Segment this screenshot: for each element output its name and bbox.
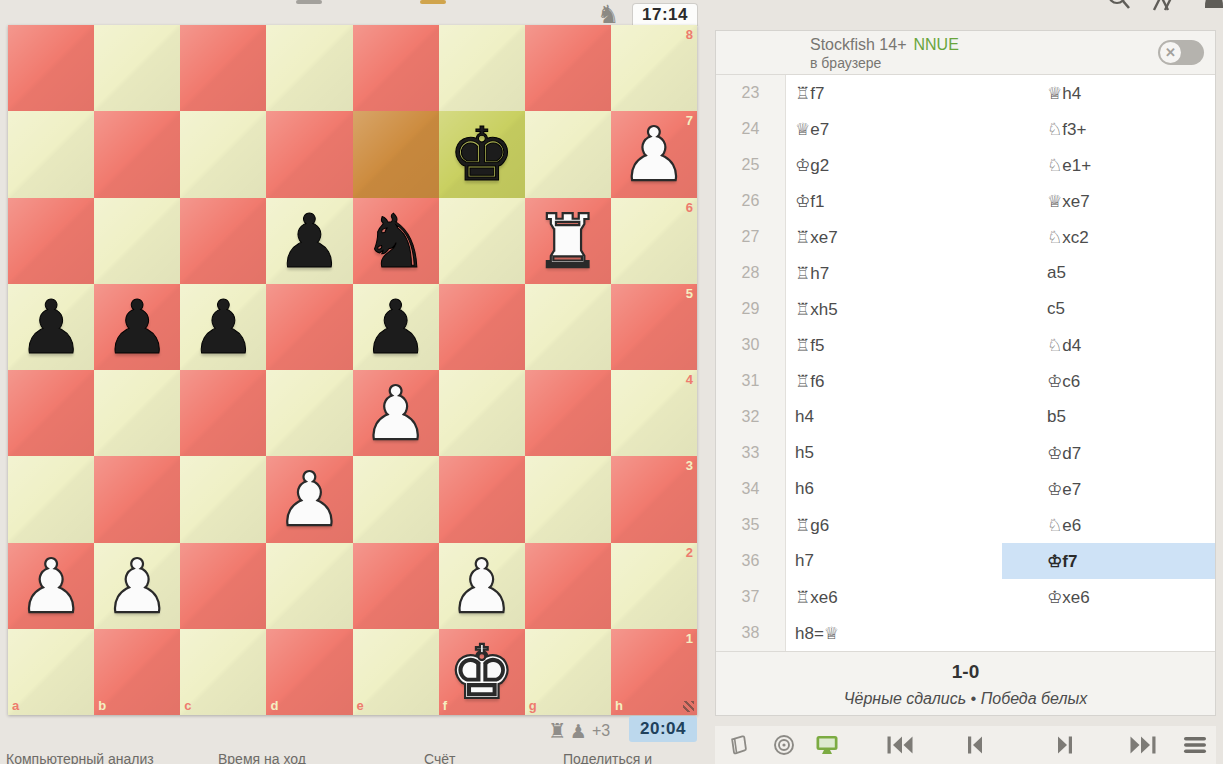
square-f7[interactable]: ♚ bbox=[439, 111, 525, 197]
captured-pawn-icon: ♟ bbox=[570, 722, 587, 741]
square-a4[interactable] bbox=[8, 370, 94, 456]
file-label-e: e bbox=[357, 699, 364, 712]
rank-label-2: 2 bbox=[686, 546, 693, 559]
square-b5[interactable]: ♟ bbox=[94, 284, 180, 370]
result-score: 1-0 bbox=[716, 661, 1215, 683]
square-g6[interactable]: ♜ bbox=[525, 198, 611, 284]
move-23-white[interactable]: ♖f7 bbox=[786, 75, 1002, 111]
engine-name: Stockfish 14+NNUE bbox=[810, 36, 1215, 54]
black-pawn[interactable]: ♟ bbox=[104, 290, 170, 364]
square-a5[interactable]: ♟ bbox=[8, 284, 94, 370]
move-number: 34 bbox=[716, 471, 786, 507]
square-h2[interactable]: 2 bbox=[611, 543, 697, 629]
move-number: 37 bbox=[716, 579, 786, 615]
square-g8[interactable] bbox=[525, 25, 611, 111]
computer-analysis-icon[interactable] bbox=[815, 735, 839, 756]
material-advantage: ♜ ♟ +3 bbox=[548, 718, 610, 744]
move-number: 33 bbox=[716, 435, 786, 471]
black-knight[interactable]: ♞ bbox=[362, 204, 428, 278]
square-d4[interactable] bbox=[266, 370, 352, 456]
move-24-white[interactable]: ♕e7 bbox=[786, 111, 1002, 147]
move-33-black[interactable]: ♔d7 bbox=[1002, 435, 1215, 471]
move-32-black[interactable]: b5 bbox=[1002, 399, 1215, 435]
move-number: 23 bbox=[716, 75, 786, 111]
move-36-black[interactable]: ♔f7 bbox=[1002, 543, 1215, 579]
square-f5[interactable] bbox=[439, 284, 525, 370]
move-row-38: 38h8=♕ bbox=[716, 615, 1215, 651]
white-pawn[interactable]: ♟ bbox=[18, 549, 84, 623]
square-a3[interactable] bbox=[8, 456, 94, 542]
first-move-icon[interactable] bbox=[887, 736, 914, 755]
square-b3[interactable] bbox=[94, 456, 180, 542]
move-37-black[interactable]: ♔xe6 bbox=[1002, 579, 1215, 615]
tab-score[interactable]: Счёт bbox=[424, 751, 455, 764]
rank-label-1: 1 bbox=[686, 632, 693, 645]
move-36-white[interactable]: h7 bbox=[786, 543, 1002, 579]
square-c3[interactable] bbox=[180, 456, 266, 542]
move-28-white[interactable]: ♖h7 bbox=[786, 255, 1002, 291]
white-pawn[interactable]: ♟ bbox=[449, 549, 515, 623]
square-h6[interactable]: 6 bbox=[611, 198, 697, 284]
square-c2[interactable] bbox=[180, 543, 266, 629]
file-label-f: f bbox=[443, 699, 447, 712]
black-pawn[interactable]: ♟ bbox=[18, 290, 84, 364]
move-37-white[interactable]: ♖xe6 bbox=[786, 579, 1002, 615]
rank-label-8: 8 bbox=[686, 28, 693, 41]
square-g1[interactable]: g bbox=[525, 629, 611, 715]
white-pawn[interactable]: ♟ bbox=[104, 549, 170, 623]
move-row-24: 24♕e7♘f3+ bbox=[716, 111, 1215, 147]
move-26-white[interactable]: ♔f1 bbox=[786, 183, 1002, 219]
move-row-34: 34h6♔e7 bbox=[716, 471, 1215, 507]
move-30-white[interactable]: ♖f5 bbox=[786, 327, 1002, 363]
move-row-25: 25♔g2♘e1+ bbox=[716, 147, 1215, 183]
square-d5[interactable] bbox=[266, 284, 352, 370]
square-c6[interactable] bbox=[180, 198, 266, 284]
square-e3[interactable] bbox=[353, 456, 439, 542]
engine-toggle[interactable]: ✕ bbox=[1158, 40, 1204, 65]
move-28-black[interactable]: a5 bbox=[1002, 255, 1215, 291]
rank-label-3: 3 bbox=[686, 459, 693, 472]
move-row-29: 29♖xh5c5 bbox=[716, 291, 1215, 327]
move-row-35: 35♖g6♘e6 bbox=[716, 507, 1215, 543]
move-row-37: 37♖xe6♔xe6 bbox=[716, 579, 1215, 615]
move-38-black[interactable] bbox=[1002, 615, 1215, 651]
square-e8[interactable] bbox=[353, 25, 439, 111]
square-b8[interactable] bbox=[94, 25, 180, 111]
rank-label-5: 5 bbox=[686, 287, 693, 300]
move-number: 24 bbox=[716, 111, 786, 147]
square-b4[interactable] bbox=[94, 370, 180, 456]
move-25-white[interactable]: ♔g2 bbox=[786, 147, 1002, 183]
move-38-white[interactable]: h8=♕ bbox=[786, 615, 1002, 651]
square-e4[interactable]: ♟ bbox=[353, 370, 439, 456]
move-number: 38 bbox=[716, 615, 786, 651]
square-f6[interactable] bbox=[439, 198, 525, 284]
square-d3[interactable]: ♟ bbox=[266, 456, 352, 542]
move-34-black[interactable]: ♔e7 bbox=[1002, 471, 1215, 507]
square-b1[interactable]: b bbox=[94, 629, 180, 715]
move-number: 27 bbox=[716, 219, 786, 255]
last-move-icon[interactable] bbox=[1130, 736, 1157, 755]
square-d1[interactable]: d bbox=[266, 629, 352, 715]
square-e6[interactable]: ♞ bbox=[353, 198, 439, 284]
move-row-33: 33h5♔d7 bbox=[716, 435, 1215, 471]
move-35-black[interactable]: ♘e6 bbox=[1002, 507, 1215, 543]
white-pawn[interactable]: ♟ bbox=[362, 376, 428, 450]
move-row-30: 30♖f5♘d4 bbox=[716, 327, 1215, 363]
square-h7[interactable]: 7♟ bbox=[611, 111, 697, 197]
square-f8[interactable] bbox=[439, 25, 525, 111]
move-row-32: 32h4b5 bbox=[716, 399, 1215, 435]
tab-move-times[interactable]: Время на ход bbox=[218, 751, 306, 764]
game-result: 1-0 Чёрные сдались • Победа белых bbox=[716, 651, 1215, 715]
square-f3[interactable] bbox=[439, 456, 525, 542]
square-e1[interactable]: e bbox=[353, 629, 439, 715]
engine-header: Stockfish 14+NNUE в браузере ✕ bbox=[716, 31, 1215, 75]
square-c7[interactable] bbox=[180, 111, 266, 197]
engine-toggle-knob: ✕ bbox=[1160, 42, 1181, 63]
square-f1[interactable]: f♚ bbox=[439, 629, 525, 715]
square-e7[interactable] bbox=[353, 111, 439, 197]
square-e2[interactable] bbox=[353, 543, 439, 629]
square-g3[interactable] bbox=[525, 456, 611, 542]
square-a6[interactable] bbox=[8, 198, 94, 284]
move-number: 29 bbox=[716, 291, 786, 327]
next-move-icon[interactable] bbox=[1056, 736, 1075, 755]
practice-gauge-icon[interactable] bbox=[773, 734, 795, 756]
move-row-27: 27♖xe7♘xc2 bbox=[716, 219, 1215, 255]
square-g4[interactable] bbox=[525, 370, 611, 456]
rank-label-7: 7 bbox=[686, 114, 693, 127]
black-pawn[interactable]: ♟ bbox=[362, 290, 428, 364]
square-d6[interactable]: ♟ bbox=[266, 198, 352, 284]
cut-off-rating-remnant bbox=[420, 0, 446, 4]
move-number: 31 bbox=[716, 363, 786, 399]
square-a2[interactable]: ♟ bbox=[8, 543, 94, 629]
move-27-black[interactable]: ♘xc2 bbox=[1002, 219, 1215, 255]
move-35-white[interactable]: ♖g6 bbox=[786, 507, 1002, 543]
black-pawn[interactable]: ♟ bbox=[276, 204, 342, 278]
move-number: 26 bbox=[716, 183, 786, 219]
file-label-h: h bbox=[615, 699, 623, 712]
move-number: 32 bbox=[716, 399, 786, 435]
notifications-icon[interactable] bbox=[1202, 0, 1223, 12]
square-c8[interactable] bbox=[180, 25, 266, 111]
chess-board: 8♚7♟♟♞♜6♟♟♟♟5♟4♟3♟♟♟2abcdef♚gh1 bbox=[8, 25, 697, 715]
move-number: 28 bbox=[716, 255, 786, 291]
black-king[interactable]: ♚ bbox=[449, 117, 515, 191]
square-d7[interactable] bbox=[266, 111, 352, 197]
move-29-black[interactable]: c5 bbox=[1002, 291, 1215, 327]
square-c5[interactable]: ♟ bbox=[180, 284, 266, 370]
move-row-36: 36h7♔f7 bbox=[716, 543, 1215, 579]
square-f2[interactable]: ♟ bbox=[439, 543, 525, 629]
square-a8[interactable] bbox=[8, 25, 94, 111]
square-g2[interactable] bbox=[525, 543, 611, 629]
square-h4[interactable]: 4 bbox=[611, 370, 697, 456]
move-row-31: 31♖f6♔c6 bbox=[716, 363, 1215, 399]
black-pawn[interactable]: ♟ bbox=[190, 290, 256, 364]
file-label-a: a bbox=[12, 699, 19, 712]
move-29-white[interactable]: ♖xh5 bbox=[786, 291, 1002, 327]
square-b7[interactable] bbox=[94, 111, 180, 197]
move-30-black[interactable]: ♘d4 bbox=[1002, 327, 1215, 363]
white-pawn[interactable]: ♟ bbox=[276, 462, 342, 536]
move-34-white[interactable]: h6 bbox=[786, 471, 1002, 507]
move-row-28: 28♖h7a5 bbox=[716, 255, 1215, 291]
white-pawn[interactable]: ♟ bbox=[621, 117, 687, 191]
move-number: 30 bbox=[716, 327, 786, 363]
challenge-icon[interactable] bbox=[1152, 0, 1178, 12]
square-a1[interactable]: a bbox=[8, 629, 94, 715]
board-resize-handle[interactable] bbox=[683, 701, 694, 712]
engine-subtitle: в браузере bbox=[810, 55, 1215, 71]
move-33-white[interactable]: h5 bbox=[786, 435, 1002, 471]
square-b6[interactable] bbox=[94, 198, 180, 284]
opening-book-icon[interactable] bbox=[729, 735, 750, 755]
white-rook[interactable]: ♜ bbox=[535, 204, 601, 278]
bottom-clock: 20:04 bbox=[629, 716, 697, 742]
move-32-white[interactable]: h4 bbox=[786, 399, 1002, 435]
result-reason: Чёрные сдались • Победа белых bbox=[716, 690, 1215, 708]
engine-name-text: Stockfish 14+ bbox=[810, 36, 907, 53]
square-e5[interactable]: ♟ bbox=[353, 284, 439, 370]
move-row-23: 23♖f7♕h4 bbox=[716, 75, 1215, 111]
move-27-white[interactable]: ♖xe7 bbox=[786, 219, 1002, 255]
previous-move-icon[interactable] bbox=[966, 736, 985, 755]
square-h8[interactable]: 8 bbox=[611, 25, 697, 111]
square-d2[interactable] bbox=[266, 543, 352, 629]
search-icon[interactable] bbox=[1104, 0, 1134, 14]
move-26-black[interactable]: ♕xe7 bbox=[1002, 183, 1215, 219]
move-number: 35 bbox=[716, 507, 786, 543]
move-23-black[interactable]: ♕h4 bbox=[1002, 75, 1215, 111]
square-h5[interactable]: 5 bbox=[611, 284, 697, 370]
white-king[interactable]: ♚ bbox=[449, 635, 515, 709]
square-f4[interactable] bbox=[439, 370, 525, 456]
square-d8[interactable] bbox=[266, 25, 352, 111]
square-c4[interactable] bbox=[180, 370, 266, 456]
rank-label-6: 6 bbox=[686, 201, 693, 214]
file-label-b: b bbox=[98, 699, 106, 712]
nnue-badge: NNUE bbox=[914, 36, 959, 53]
move-number: 36 bbox=[716, 543, 786, 579]
file-label-d: d bbox=[270, 699, 278, 712]
rank-label-4: 4 bbox=[686, 373, 693, 386]
move-31-white[interactable]: ♖f6 bbox=[786, 363, 1002, 399]
move-25-black[interactable]: ♘e1+ bbox=[1002, 147, 1215, 183]
move-number: 25 bbox=[716, 147, 786, 183]
move-31-black[interactable]: ♔c6 bbox=[1002, 363, 1215, 399]
move-list: 23♖f7♕h424♕e7♘f3+25♔g2♘e1+26♔f1♕xe727♖xe… bbox=[716, 75, 1215, 651]
square-h3[interactable]: 3 bbox=[611, 456, 697, 542]
square-b2[interactable]: ♟ bbox=[94, 543, 180, 629]
top-clock: 17:14 bbox=[632, 3, 698, 26]
tab-share[interactable]: Поделиться и bbox=[563, 751, 652, 764]
captured-rook-icon: ♜ bbox=[548, 721, 567, 742]
square-c1[interactable]: c bbox=[180, 629, 266, 715]
analysis-panel: Stockfish 14+NNUE в браузере ✕ 23♖f7♕h42… bbox=[715, 30, 1216, 716]
move-24-black[interactable]: ♘f3+ bbox=[1002, 111, 1215, 147]
square-g5[interactable] bbox=[525, 284, 611, 370]
move-row-26: 26♔f1♕xe7 bbox=[716, 183, 1215, 219]
square-g7[interactable] bbox=[525, 111, 611, 197]
black-knight-icon: ♞ bbox=[597, 2, 619, 27]
file-label-g: g bbox=[529, 699, 537, 712]
material-score: +3 bbox=[592, 722, 610, 740]
cut-off-text-remnant bbox=[296, 0, 322, 4]
tab-computer-analysis[interactable]: Компьютерный анализ bbox=[6, 751, 154, 764]
analysis-toolbar bbox=[715, 726, 1216, 764]
file-label-c: c bbox=[184, 699, 191, 712]
menu-icon[interactable] bbox=[1183, 736, 1207, 755]
square-a7[interactable] bbox=[8, 111, 94, 197]
